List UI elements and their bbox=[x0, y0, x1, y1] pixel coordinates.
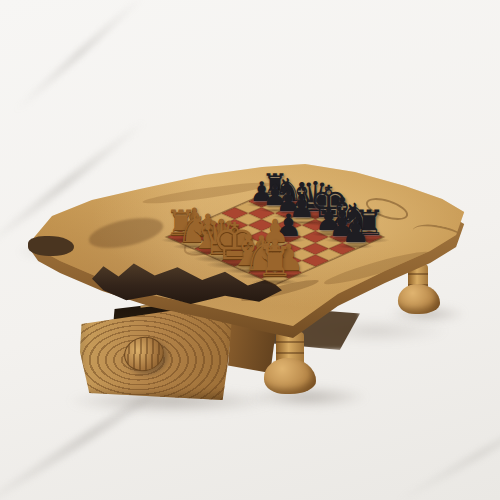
right-leg-foot bbox=[398, 284, 440, 314]
marble-vein bbox=[11, 0, 149, 115]
front-leg bbox=[264, 332, 316, 398]
front-leg-foot bbox=[264, 358, 316, 394]
bark-live-edge bbox=[28, 236, 74, 256]
wood-grain-patch bbox=[86, 212, 166, 253]
scene: ♜♞♝♛♚♝♞♜♟♟♟♟♟♟♟♟♟♟♟♟♟♟♟♟♜♞♝♛♚♝♞♜ bbox=[0, 0, 500, 500]
wood-grain-knot bbox=[363, 194, 410, 225]
marble-vein bbox=[391, 401, 500, 500]
